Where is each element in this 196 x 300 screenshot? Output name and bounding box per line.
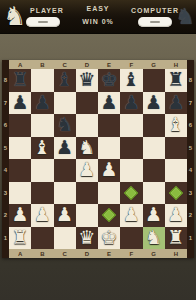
frame-corner	[2, 60, 9, 69]
frame-corner	[187, 249, 194, 258]
frame-corner	[187, 60, 194, 69]
square-a1[interactable]: ♜	[9, 227, 31, 250]
chess-app: ♞ PLAYER EASY WIN 0% COMPUTER ♞ ABCDEFGH…	[0, 0, 196, 300]
file-label-top-h: H	[165, 60, 187, 69]
move-marker-e2[interactable]	[102, 208, 116, 222]
square-h4[interactable]	[165, 159, 187, 182]
white-pawn-d4[interactable]: ♟	[78, 160, 95, 179]
square-a5[interactable]	[9, 137, 31, 160]
black-bishop-c8[interactable]: ♝	[56, 70, 73, 89]
dash-icon	[150, 21, 160, 23]
file-label-bottom-f: F	[120, 249, 142, 258]
square-a6[interactable]	[9, 114, 31, 137]
rank-label-left-6: 6	[2, 114, 9, 137]
square-h3[interactable]	[165, 182, 187, 205]
square-c8[interactable]: ♝	[54, 69, 76, 92]
square-b7[interactable]: ♟	[31, 92, 53, 115]
square-b5[interactable]: ♝	[31, 137, 53, 160]
square-f3[interactable]	[120, 182, 142, 205]
square-f4[interactable]	[120, 159, 142, 182]
rank-label-right-1: 1	[187, 227, 194, 250]
square-d3[interactable]	[76, 182, 98, 205]
square-g7[interactable]: ♟	[143, 92, 165, 115]
square-a3[interactable]	[9, 182, 31, 205]
file-label-bottom-h: H	[165, 249, 187, 258]
rank-label-right-7: 7	[187, 92, 194, 115]
white-pawn-a2[interactable]: ♟	[12, 205, 29, 224]
square-d2[interactable]	[76, 204, 98, 227]
file-label-bottom-g: G	[143, 249, 165, 258]
square-d8[interactable]: ♛	[76, 69, 98, 92]
black-knight-c6[interactable]: ♞	[56, 115, 73, 134]
square-g8[interactable]	[143, 69, 165, 92]
black-pawn-a7[interactable]: ♟	[12, 93, 29, 112]
rank-label-left-7: 7	[2, 92, 9, 115]
top-bar: ♞ PLAYER EASY WIN 0% COMPUTER ♞	[0, 0, 196, 34]
square-e3[interactable]	[98, 182, 120, 205]
square-f7[interactable]: ♟	[120, 92, 142, 115]
chess-board: ABCDEFGH8♜♝♛♚♝♜87♟♟♟♟♟♟76♞♝65♝♟♞54♟♟4332…	[2, 60, 194, 258]
rank-label-right-3: 3	[187, 182, 194, 205]
square-g2[interactable]: ♟	[143, 204, 165, 227]
square-b3[interactable]	[31, 182, 53, 205]
square-g6[interactable]	[143, 114, 165, 137]
square-h5[interactable]	[165, 137, 187, 160]
square-c6[interactable]: ♞	[54, 114, 76, 137]
square-f5[interactable]	[120, 137, 142, 160]
file-label-bottom-b: B	[31, 249, 53, 258]
square-d7[interactable]	[76, 92, 98, 115]
rank-label-left-3: 3	[2, 182, 9, 205]
move-marker-f3[interactable]	[124, 186, 138, 200]
square-h2[interactable]: ♟	[165, 204, 187, 227]
square-g5[interactable]	[143, 137, 165, 160]
white-pawn-f2[interactable]: ♟	[123, 205, 140, 224]
square-f6[interactable]	[120, 114, 142, 137]
square-d6[interactable]	[76, 114, 98, 137]
file-label-top-d: D	[76, 60, 98, 69]
rank-label-left-4: 4	[2, 159, 9, 182]
white-rook-a1[interactable]: ♜	[12, 228, 29, 247]
black-rook-a8[interactable]: ♜	[12, 70, 29, 89]
square-g1[interactable]: ♞	[143, 227, 165, 250]
white-bishop-b5[interactable]: ♝	[34, 138, 51, 157]
black-king-e8[interactable]: ♚	[101, 70, 118, 89]
square-e6[interactable]	[98, 114, 120, 137]
white-rook-h1[interactable]: ♜	[167, 228, 184, 247]
square-h8[interactable]: ♜	[165, 69, 187, 92]
black-pawn-e7[interactable]: ♟	[101, 93, 118, 112]
rank-label-left-1: 1	[2, 227, 9, 250]
square-a2[interactable]: ♟	[9, 204, 31, 227]
white-pawn-b2[interactable]: ♟	[34, 205, 51, 224]
rank-label-right-8: 8	[187, 69, 194, 92]
rank-label-right-4: 4	[187, 159, 194, 182]
rank-label-right-5: 5	[187, 137, 194, 160]
white-pawn-h2[interactable]: ♟	[167, 205, 184, 224]
square-b1[interactable]	[31, 227, 53, 250]
square-g3[interactable]	[143, 182, 165, 205]
black-pawn-g7[interactable]: ♟	[145, 93, 162, 112]
black-rook-h8[interactable]: ♜	[167, 70, 184, 89]
square-f2[interactable]: ♟	[120, 204, 142, 227]
file-label-bottom-e: E	[98, 249, 120, 258]
white-knight-g1[interactable]: ♞	[145, 228, 162, 247]
square-d5[interactable]: ♞	[76, 137, 98, 160]
square-f1[interactable]	[120, 227, 142, 250]
square-b2[interactable]: ♟	[31, 204, 53, 227]
square-c4[interactable]	[54, 159, 76, 182]
square-e5[interactable]	[98, 137, 120, 160]
square-f8[interactable]: ♝	[120, 69, 142, 92]
white-pawn-g2[interactable]: ♟	[145, 205, 162, 224]
square-h7[interactable]: ♟	[165, 92, 187, 115]
computer-label: COMPUTER	[131, 7, 179, 14]
computer-captured-tray	[138, 17, 172, 27]
square-d1[interactable]: ♛	[76, 227, 98, 250]
square-h6[interactable]: ♝	[165, 114, 187, 137]
square-e7[interactable]: ♟	[98, 92, 120, 115]
file-label-top-g: G	[143, 60, 165, 69]
rank-label-left-5: 5	[2, 137, 9, 160]
file-label-top-b: B	[31, 60, 53, 69]
square-b8[interactable]	[31, 69, 53, 92]
black-queen-d8[interactable]: ♛	[78, 70, 95, 89]
square-e8[interactable]: ♚	[98, 69, 120, 92]
file-label-top-c: C	[54, 60, 76, 69]
square-g4[interactable]	[143, 159, 165, 182]
rank-label-right-2: 2	[187, 204, 194, 227]
file-label-top-e: E	[98, 60, 120, 69]
square-h1[interactable]: ♜	[165, 227, 187, 250]
black-pawn-b7[interactable]: ♟	[34, 93, 51, 112]
black-bishop-f8[interactable]: ♝	[123, 70, 140, 89]
file-label-bottom-d: D	[76, 249, 98, 258]
file-label-bottom-a: A	[9, 249, 31, 258]
rank-label-left-8: 8	[2, 69, 9, 92]
square-d4[interactable]: ♟	[76, 159, 98, 182]
rank-label-left-2: 2	[2, 204, 9, 227]
square-c5[interactable]: ♟	[54, 137, 76, 160]
square-b6[interactable]	[31, 114, 53, 137]
square-c2[interactable]: ♟	[54, 204, 76, 227]
frame-corner	[2, 249, 9, 258]
square-c7[interactable]	[54, 92, 76, 115]
white-king-e1[interactable]: ♚	[101, 228, 118, 247]
square-a4[interactable]	[9, 159, 31, 182]
white-pawn-e4[interactable]: ♟	[101, 160, 118, 179]
square-e1[interactable]: ♚	[98, 227, 120, 250]
square-e2[interactable]	[98, 204, 120, 227]
file-label-bottom-c: C	[54, 249, 76, 258]
computer-knight-icon: ♞	[175, 6, 195, 28]
black-pawn-f7[interactable]: ♟	[123, 93, 140, 112]
white-knight-d5[interactable]: ♞	[78, 138, 95, 157]
file-label-top-f: F	[120, 60, 142, 69]
square-c1[interactable]	[54, 227, 76, 250]
black-pawn-h7[interactable]: ♟	[167, 93, 184, 112]
rank-label-right-6: 6	[187, 114, 194, 137]
file-label-top-a: A	[9, 60, 31, 69]
square-b4[interactable]	[31, 159, 53, 182]
square-a7[interactable]: ♟	[9, 92, 31, 115]
black-pawn-c5[interactable]: ♟	[56, 138, 73, 157]
white-pawn-c2[interactable]: ♟	[56, 205, 73, 224]
square-e4[interactable]: ♟	[98, 159, 120, 182]
white-queen-d1[interactable]: ♛	[78, 228, 95, 247]
move-marker-h3[interactable]	[169, 186, 183, 200]
white-bishop-h6[interactable]: ♝	[167, 115, 184, 134]
square-c3[interactable]	[54, 182, 76, 205]
square-a8[interactable]: ♜	[9, 69, 31, 92]
